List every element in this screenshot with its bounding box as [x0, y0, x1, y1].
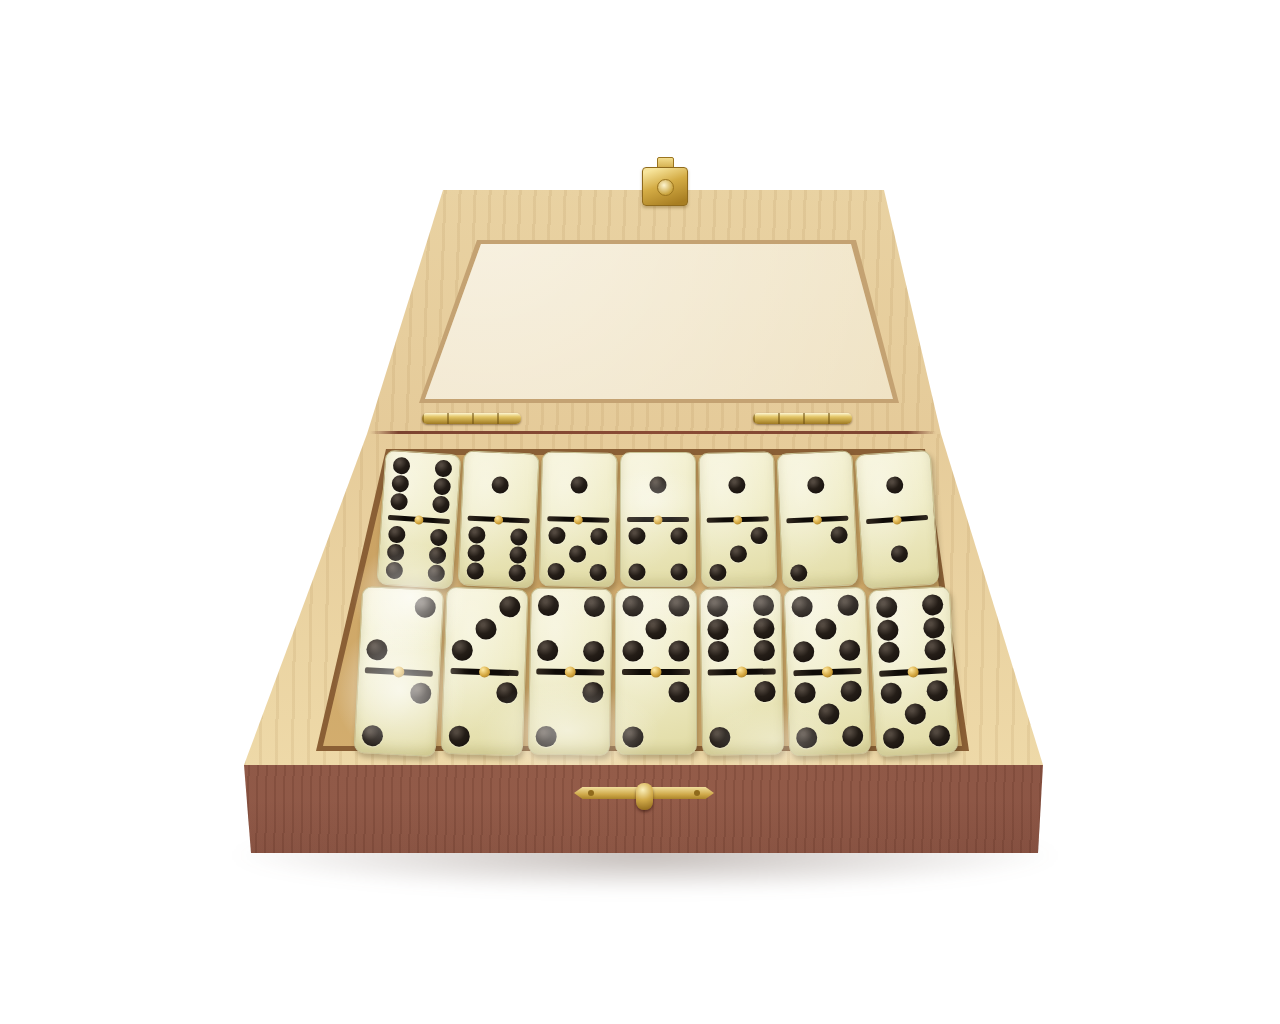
pip [410, 682, 432, 704]
barrel-hinge-left [422, 413, 521, 424]
pip [591, 528, 608, 545]
pip [707, 618, 728, 639]
pip [796, 726, 818, 748]
domino-tile-1-5[interactable] [539, 451, 618, 588]
domino-tile-4-2[interactable] [528, 587, 613, 755]
pip [628, 528, 645, 545]
pip [807, 476, 825, 494]
pip [755, 681, 776, 702]
pip [391, 475, 409, 493]
domino-half-bottom [529, 674, 610, 755]
pip [878, 641, 900, 663]
domino-tile-6-5[interactable] [868, 586, 959, 757]
domino-half-bottom [621, 522, 695, 586]
pip [537, 640, 558, 661]
pip [890, 545, 908, 563]
pip [753, 595, 774, 616]
domino-half-top [856, 451, 934, 520]
pip [361, 724, 383, 746]
pip [499, 596, 521, 618]
pip [922, 594, 944, 616]
pip [392, 457, 410, 475]
pip [428, 564, 446, 582]
pip [929, 724, 951, 746]
pip [385, 561, 403, 579]
pip [468, 526, 486, 544]
dominoes-box-photo [0, 0, 1280, 1024]
pip [646, 618, 667, 639]
pip [622, 641, 643, 662]
domino-tile-5-5[interactable] [784, 587, 872, 757]
pip [583, 641, 604, 662]
pip [707, 596, 728, 617]
domino-tile-1-3[interactable] [698, 451, 777, 588]
pip [509, 564, 527, 582]
pip [590, 564, 607, 581]
pip [840, 680, 862, 702]
pip [831, 526, 849, 544]
pip [671, 528, 688, 545]
pip [923, 617, 945, 639]
pip [839, 639, 861, 661]
latch-screw-right [694, 790, 700, 796]
pip [434, 478, 452, 496]
domino-half-top [785, 588, 868, 670]
domino-row-1 [380, 452, 936, 587]
pip [789, 564, 807, 582]
pip [435, 460, 453, 478]
pip [390, 492, 408, 510]
domino-half-top [869, 587, 953, 671]
pip [818, 703, 840, 725]
pip [709, 726, 730, 747]
domino-half-bottom [459, 520, 536, 587]
pip [926, 680, 948, 702]
domino-row-2 [357, 588, 955, 755]
pip [730, 545, 747, 562]
pip [650, 477, 667, 494]
barrel-hinge-right [753, 413, 852, 424]
domino-tile-2-2[interactable] [354, 586, 445, 757]
pip [669, 681, 690, 702]
pip [842, 725, 864, 747]
pip [671, 563, 688, 580]
pip [791, 596, 813, 618]
pip [728, 476, 745, 493]
pip [366, 639, 388, 661]
pip [622, 726, 643, 747]
domino-half-bottom [873, 672, 957, 756]
pip [754, 640, 775, 661]
domino-tile-1-2[interactable] [776, 450, 858, 588]
domino-tile-1-1[interactable] [855, 450, 940, 590]
domino-half-bottom [781, 520, 858, 587]
domino-half-top [616, 589, 696, 669]
pip [510, 546, 528, 564]
pip [448, 725, 470, 747]
domino-half-bottom [442, 673, 525, 755]
pip [414, 597, 436, 619]
pip [794, 682, 816, 704]
domino-tile-5-2[interactable] [615, 588, 697, 755]
pip [547, 563, 564, 580]
domino-tile-1-6[interactable] [458, 450, 540, 588]
pip [882, 727, 904, 749]
pip [569, 545, 586, 562]
pip [387, 526, 405, 544]
pip [669, 641, 690, 662]
pip [475, 618, 497, 640]
domino-tile-6-6[interactable] [376, 450, 461, 590]
domino-half-bottom [540, 521, 615, 587]
pip [570, 476, 587, 493]
domino-half-bottom [860, 520, 938, 589]
pip [793, 641, 815, 663]
domino-half-bottom [702, 674, 783, 755]
domino-half-top [777, 451, 854, 518]
domino-half-top [359, 587, 443, 671]
pip [876, 597, 898, 619]
domino-tile-3-2[interactable] [441, 587, 529, 757]
domino-half-bottom [355, 672, 439, 756]
pip [466, 562, 484, 580]
pip [429, 546, 447, 564]
pip [582, 682, 603, 703]
lid-clasp-button [657, 179, 674, 196]
pip [837, 595, 859, 617]
domino-half-top [700, 588, 781, 669]
pip [451, 639, 473, 661]
pip [548, 527, 565, 544]
domino-half-bottom [616, 675, 696, 755]
pip [628, 563, 645, 580]
domino-half-bottom [701, 521, 776, 587]
pip [751, 527, 768, 544]
pip [924, 639, 946, 661]
pip [622, 596, 643, 617]
pip [815, 618, 837, 640]
domino-half-top [445, 588, 528, 670]
pip [584, 596, 605, 617]
domino-tile-1-4[interactable] [620, 452, 696, 587]
pip [491, 476, 509, 494]
latch-screw-left [588, 790, 594, 796]
domino-half-top [541, 452, 616, 518]
domino-tile-6-2[interactable] [699, 587, 784, 755]
pip [535, 725, 556, 746]
pip [709, 564, 726, 581]
pip [538, 595, 559, 616]
domino-half-top [462, 451, 539, 518]
pip [886, 476, 904, 494]
pip [707, 641, 728, 662]
pip [669, 596, 690, 617]
pip [510, 528, 528, 546]
domino-half-bottom [788, 673, 871, 755]
pip [753, 618, 774, 639]
front-latch-knob [636, 783, 653, 810]
pip [880, 682, 902, 704]
pip [467, 544, 485, 562]
pip [496, 682, 518, 704]
pip [386, 543, 404, 561]
domino-half-top [699, 452, 774, 518]
pip [904, 703, 926, 725]
domino-half-top [382, 451, 460, 520]
domino-half-bottom [377, 520, 455, 589]
pip [877, 619, 899, 641]
domino-half-top [621, 453, 695, 517]
pip [432, 495, 450, 513]
pip [430, 528, 448, 546]
domino-half-top [530, 588, 611, 669]
